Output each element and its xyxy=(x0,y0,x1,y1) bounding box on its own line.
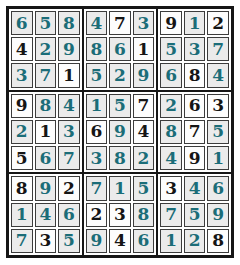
cell-r3c9[interactable]: 4 xyxy=(207,63,229,87)
cell-r8c4[interactable]: 2 xyxy=(86,203,108,227)
cell-r4c2[interactable]: 8 xyxy=(35,94,57,118)
sudoku-page: 6584293714738615299125376849842135671576… xyxy=(0,0,240,265)
cell-r1c2[interactable]: 5 xyxy=(35,11,57,35)
cell-r9c3[interactable]: 5 xyxy=(58,229,80,253)
cell-r6c3[interactable]: 7 xyxy=(58,146,80,170)
cell-r5c2[interactable]: 1 xyxy=(35,120,57,144)
cell-r9c9[interactable]: 8 xyxy=(207,229,229,253)
cell-r6c9[interactable]: 1 xyxy=(207,146,229,170)
cell-r8c2[interactable]: 4 xyxy=(35,203,57,227)
cell-r2c2[interactable]: 2 xyxy=(35,37,57,61)
cell-r2c3[interactable]: 9 xyxy=(58,37,80,61)
box-7: 892146735 xyxy=(8,173,83,256)
cell-r6c8[interactable]: 9 xyxy=(184,146,206,170)
cell-r1c7[interactable]: 9 xyxy=(160,11,182,35)
cell-r5c9[interactable]: 5 xyxy=(207,120,229,144)
cell-r7c5[interactable]: 1 xyxy=(109,176,131,200)
cell-r5c3[interactable]: 3 xyxy=(58,120,80,144)
cell-r5c7[interactable]: 8 xyxy=(160,120,182,144)
cell-r6c4[interactable]: 3 xyxy=(86,146,108,170)
cell-r3c5[interactable]: 2 xyxy=(109,63,131,87)
cell-r7c6[interactable]: 5 xyxy=(133,176,155,200)
cell-r2c7[interactable]: 5 xyxy=(160,37,182,61)
cell-r3c6[interactable]: 9 xyxy=(133,63,155,87)
box-5: 157694382 xyxy=(83,91,158,174)
cell-r4c9[interactable]: 3 xyxy=(207,94,229,118)
cell-r7c2[interactable]: 9 xyxy=(35,176,57,200)
cell-r8c7[interactable]: 7 xyxy=(160,203,182,227)
cell-r1c3[interactable]: 8 xyxy=(58,11,80,35)
cell-r8c5[interactable]: 3 xyxy=(109,203,131,227)
cell-r3c3[interactable]: 1 xyxy=(58,63,80,87)
cell-r1c6[interactable]: 3 xyxy=(133,11,155,35)
cell-r7c8[interactable]: 4 xyxy=(184,176,206,200)
cell-r4c7[interactable]: 2 xyxy=(160,94,182,118)
box-3: 912537684 xyxy=(157,8,232,91)
cell-r3c4[interactable]: 5 xyxy=(86,63,108,87)
cell-r6c5[interactable]: 8 xyxy=(109,146,131,170)
box-6: 263875491 xyxy=(157,91,232,174)
cell-r7c7[interactable]: 3 xyxy=(160,176,182,200)
cell-r3c2[interactable]: 7 xyxy=(35,63,57,87)
box-8: 715238946 xyxy=(83,173,158,256)
cell-r4c5[interactable]: 5 xyxy=(109,94,131,118)
cell-r1c1[interactable]: 6 xyxy=(11,11,33,35)
cell-r1c9[interactable]: 2 xyxy=(207,11,229,35)
cell-r6c6[interactable]: 2 xyxy=(133,146,155,170)
cell-r8c8[interactable]: 5 xyxy=(184,203,206,227)
box-2: 473861529 xyxy=(83,8,158,91)
box-9: 346759128 xyxy=(157,173,232,256)
cell-r5c4[interactable]: 6 xyxy=(86,120,108,144)
cell-r8c9[interactable]: 9 xyxy=(207,203,229,227)
cell-r7c4[interactable]: 7 xyxy=(86,176,108,200)
cell-r9c1[interactable]: 7 xyxy=(11,229,33,253)
cell-r9c2[interactable]: 3 xyxy=(35,229,57,253)
cell-r5c8[interactable]: 7 xyxy=(184,120,206,144)
cell-r4c3[interactable]: 4 xyxy=(58,94,80,118)
cell-r9c5[interactable]: 4 xyxy=(109,229,131,253)
cell-r1c4[interactable]: 4 xyxy=(86,11,108,35)
cell-r4c6[interactable]: 7 xyxy=(133,94,155,118)
cell-r8c6[interactable]: 8 xyxy=(133,203,155,227)
cell-r7c9[interactable]: 6 xyxy=(207,176,229,200)
cell-r2c9[interactable]: 7 xyxy=(207,37,229,61)
cell-r3c7[interactable]: 6 xyxy=(160,63,182,87)
cell-r9c8[interactable]: 2 xyxy=(184,229,206,253)
cell-r8c3[interactable]: 6 xyxy=(58,203,80,227)
cell-r2c5[interactable]: 6 xyxy=(109,37,131,61)
cell-r4c1[interactable]: 9 xyxy=(11,94,33,118)
cell-r2c1[interactable]: 4 xyxy=(11,37,33,61)
cell-r3c8[interactable]: 8 xyxy=(184,63,206,87)
cell-r9c4[interactable]: 9 xyxy=(86,229,108,253)
cell-r7c3[interactable]: 2 xyxy=(58,176,80,200)
box-1: 658429371 xyxy=(8,8,83,91)
cell-r5c6[interactable]: 4 xyxy=(133,120,155,144)
cell-r6c7[interactable]: 4 xyxy=(160,146,182,170)
cell-r6c1[interactable]: 5 xyxy=(11,146,33,170)
cell-r2c4[interactable]: 8 xyxy=(86,37,108,61)
box-4: 984213567 xyxy=(8,91,83,174)
cell-r9c7[interactable]: 1 xyxy=(160,229,182,253)
cell-r1c5[interactable]: 7 xyxy=(109,11,131,35)
cell-r5c1[interactable]: 2 xyxy=(11,120,33,144)
cell-r1c8[interactable]: 1 xyxy=(184,11,206,35)
cell-r8c1[interactable]: 1 xyxy=(11,203,33,227)
cell-r4c4[interactable]: 1 xyxy=(86,94,108,118)
cell-r5c5[interactable]: 9 xyxy=(109,120,131,144)
cell-r3c1[interactable]: 3 xyxy=(11,63,33,87)
sudoku-board: 6584293714738615299125376849842135671576… xyxy=(6,6,234,258)
cell-r9c6[interactable]: 6 xyxy=(133,229,155,253)
cell-r2c6[interactable]: 1 xyxy=(133,37,155,61)
cell-r2c8[interactable]: 3 xyxy=(184,37,206,61)
cell-r7c1[interactable]: 8 xyxy=(11,176,33,200)
cell-r4c8[interactable]: 6 xyxy=(184,94,206,118)
cell-r6c2[interactable]: 6 xyxy=(35,146,57,170)
